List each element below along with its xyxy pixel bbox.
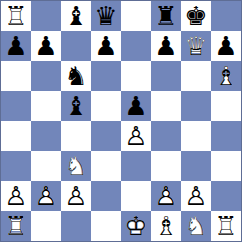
black-piece-glyph: ♝: [61, 1, 91, 31]
white-knight-piece[interactable]: ♞♘: [61, 151, 91, 181]
square-a5[interactable]: [1, 91, 31, 121]
square-f8[interactable]: ♜: [151, 1, 181, 31]
white-rook-piece[interactable]: ♜♖: [1, 211, 31, 241]
white-piece-outline: ♙: [151, 181, 181, 211]
white-bishop-piece[interactable]: ♝♗: [211, 61, 241, 91]
square-a1[interactable]: ♜♖: [1, 211, 31, 241]
white-pawn-piece[interactable]: ♟♙: [31, 181, 61, 211]
square-b7[interactable]: ♟: [31, 31, 61, 61]
square-f7[interactable]: ♟: [151, 31, 181, 61]
white-queen-piece[interactable]: ♛♕: [181, 31, 211, 61]
square-c8[interactable]: ♝: [61, 1, 91, 31]
white-pawn-piece[interactable]: ♟♙: [151, 181, 181, 211]
square-h7[interactable]: ♟: [211, 31, 241, 61]
square-c7[interactable]: [61, 31, 91, 61]
square-b4[interactable]: [31, 121, 61, 151]
square-f4[interactable]: [151, 121, 181, 151]
square-f2[interactable]: ♟♙: [151, 181, 181, 211]
white-piece-outline: ♗: [151, 211, 181, 241]
white-piece-outline: ♗: [211, 61, 241, 91]
white-rook-piece[interactable]: ♜♖: [211, 211, 241, 241]
white-piece-outline: ♖: [1, 1, 31, 31]
square-b6[interactable]: [31, 61, 61, 91]
square-d7[interactable]: ♟: [91, 31, 121, 61]
square-h6[interactable]: ♝♗: [211, 61, 241, 91]
white-piece-outline: ♖: [1, 211, 31, 241]
square-b1[interactable]: [31, 211, 61, 241]
square-d3[interactable]: [91, 151, 121, 181]
white-pawn-piece[interactable]: ♟♙: [61, 181, 91, 211]
square-f5[interactable]: [151, 91, 181, 121]
square-h3[interactable]: [211, 151, 241, 181]
black-pawn-piece[interactable]: ♟: [151, 31, 181, 61]
black-piece-glyph: ♚: [181, 1, 211, 31]
square-d5[interactable]: [91, 91, 121, 121]
square-a7[interactable]: ♟: [1, 31, 31, 61]
square-e1[interactable]: ♚♔: [121, 211, 151, 241]
square-h5[interactable]: [211, 91, 241, 121]
black-piece-glyph: ♟: [211, 31, 241, 61]
black-piece-glyph: ♜: [151, 1, 181, 31]
white-piece-outline: ♙: [61, 181, 91, 211]
white-piece-outline: ♙: [121, 121, 151, 151]
black-piece-glyph: ♞: [61, 61, 91, 91]
square-h1[interactable]: ♜♖: [211, 211, 241, 241]
square-a3[interactable]: [1, 151, 31, 181]
white-bishop-piece[interactable]: ♝♗: [151, 211, 181, 241]
square-e5[interactable]: ♟: [121, 91, 151, 121]
square-g6[interactable]: [181, 61, 211, 91]
black-pawn-piece[interactable]: ♟: [121, 91, 151, 121]
square-a4[interactable]: [1, 121, 31, 151]
black-knight-piece[interactable]: ♞: [61, 61, 91, 91]
square-a2[interactable]: ♟♙: [1, 181, 31, 211]
square-g4[interactable]: [181, 121, 211, 151]
square-e3[interactable]: [121, 151, 151, 181]
white-king-piece[interactable]: ♚♔: [121, 211, 151, 241]
white-knight-piece[interactable]: ♞♘: [181, 211, 211, 241]
square-d1[interactable]: [91, 211, 121, 241]
square-h2[interactable]: [211, 181, 241, 211]
black-piece-glyph: ♟: [1, 31, 31, 61]
white-piece-outline: ♙: [181, 181, 211, 211]
square-d2[interactable]: [91, 181, 121, 211]
square-b8[interactable]: [31, 1, 61, 31]
square-a6[interactable]: [1, 61, 31, 91]
white-piece-outline: ♙: [31, 181, 61, 211]
black-pawn-piece[interactable]: ♟: [211, 31, 241, 61]
square-c5[interactable]: ♝: [61, 91, 91, 121]
black-pawn-piece[interactable]: ♟: [1, 31, 31, 61]
chess-board-grid: ♜♖♝♛♜♚♟♟♟♟♛♕♟♞♝♗♝♟♟♙♞♘♟♙♟♙♟♙♟♙♟♙♜♖♚♔♝♗♞♘…: [1, 1, 241, 241]
white-piece-outline: ♙: [1, 181, 31, 211]
white-piece-outline: ♘: [61, 151, 91, 181]
square-g1[interactable]: ♞♘: [181, 211, 211, 241]
black-rook-piece[interactable]: ♜: [151, 1, 181, 31]
square-e7[interactable]: [121, 31, 151, 61]
square-d6[interactable]: [91, 61, 121, 91]
square-c1[interactable]: [61, 211, 91, 241]
square-g8[interactable]: ♚: [181, 1, 211, 31]
black-pawn-piece[interactable]: ♟: [91, 31, 121, 61]
square-c3[interactable]: ♞♘: [61, 151, 91, 181]
square-b2[interactable]: ♟♙: [31, 181, 61, 211]
square-c2[interactable]: ♟♙: [61, 181, 91, 211]
square-g7[interactable]: ♛♕: [181, 31, 211, 61]
white-piece-outline: ♖: [211, 211, 241, 241]
square-f1[interactable]: ♝♗: [151, 211, 181, 241]
square-h4[interactable]: [211, 121, 241, 151]
square-g2[interactable]: ♟♙: [181, 181, 211, 211]
square-a8[interactable]: ♜♖: [1, 1, 31, 31]
square-g5[interactable]: [181, 91, 211, 121]
white-piece-outline: ♘: [181, 211, 211, 241]
square-c6[interactable]: ♞: [61, 61, 91, 91]
white-pawn-piece[interactable]: ♟♙: [121, 121, 151, 151]
chess-board: ♜♖♝♛♜♚♟♟♟♟♛♕♟♞♝♗♝♟♟♙♞♘♟♙♟♙♟♙♟♙♟♙♜♖♚♔♝♗♞♘…: [0, 0, 242, 242]
white-piece-outline: ♕: [181, 31, 211, 61]
black-piece-glyph: ♟: [151, 31, 181, 61]
black-pawn-piece[interactable]: ♟: [31, 31, 61, 61]
black-bishop-piece[interactable]: ♝: [61, 1, 91, 31]
square-f6[interactable]: [151, 61, 181, 91]
square-c4[interactable]: [61, 121, 91, 151]
white-pawn-piece[interactable]: ♟♙: [181, 181, 211, 211]
square-e2[interactable]: [121, 181, 151, 211]
white-pawn-piece[interactable]: ♟♙: [1, 181, 31, 211]
black-piece-glyph: ♝: [61, 91, 91, 121]
white-rook-piece[interactable]: ♜♖: [1, 1, 31, 31]
square-b5[interactable]: [31, 91, 61, 121]
black-bishop-piece[interactable]: ♝: [61, 91, 91, 121]
square-e8[interactable]: [121, 1, 151, 31]
square-g3[interactable]: [181, 151, 211, 181]
black-piece-glyph: ♟: [121, 91, 151, 121]
square-e6[interactable]: [121, 61, 151, 91]
square-b3[interactable]: [31, 151, 61, 181]
square-f3[interactable]: [151, 151, 181, 181]
square-d4[interactable]: [91, 121, 121, 151]
black-queen-piece[interactable]: ♛: [91, 1, 121, 31]
black-piece-glyph: ♟: [31, 31, 61, 61]
square-e4[interactable]: ♟♙: [121, 121, 151, 151]
square-h8[interactable]: [211, 1, 241, 31]
white-piece-outline: ♔: [121, 211, 151, 241]
black-piece-glyph: ♟: [91, 31, 121, 61]
black-king-piece[interactable]: ♚: [181, 1, 211, 31]
black-piece-glyph: ♛: [91, 1, 121, 31]
square-d8[interactable]: ♛: [91, 1, 121, 31]
